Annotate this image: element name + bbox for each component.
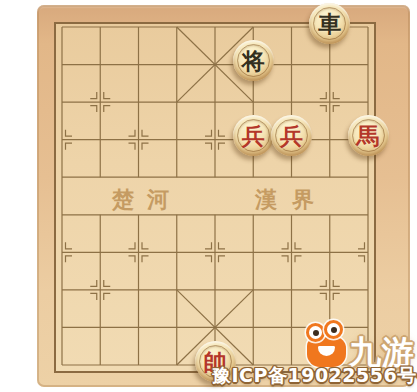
ngame-mascot-icon: [305, 320, 349, 368]
screenshot: 楚河 漢界 車将兵兵馬帥 九游 豫ICP备19022556号-2: [0, 0, 417, 392]
black-chariot[interactable]: 車: [309, 3, 350, 44]
icp-license-text: 豫ICP备19022556号-2: [212, 363, 417, 389]
red-soldier-2[interactable]: 兵: [271, 115, 312, 156]
red-horse[interactable]: 馬: [348, 115, 389, 156]
red-soldier-1-label: 兵: [233, 115, 274, 156]
mascot-eye-left: [306, 323, 325, 342]
mascot-smile: [318, 346, 335, 356]
red-soldier-1[interactable]: 兵: [233, 115, 274, 156]
black-general-label: 将: [233, 40, 274, 81]
black-general[interactable]: 将: [233, 40, 274, 81]
red-horse-label: 馬: [348, 115, 389, 156]
mascot-eye-right: [324, 320, 343, 339]
river-label-left: 楚河: [112, 185, 182, 215]
red-soldier-2-label: 兵: [271, 115, 312, 156]
black-chariot-label: 車: [309, 3, 350, 44]
xiangqi-board[interactable]: 楚河 漢界 車将兵兵馬帥: [37, 5, 410, 387]
river-label-right: 漢界: [255, 185, 329, 215]
